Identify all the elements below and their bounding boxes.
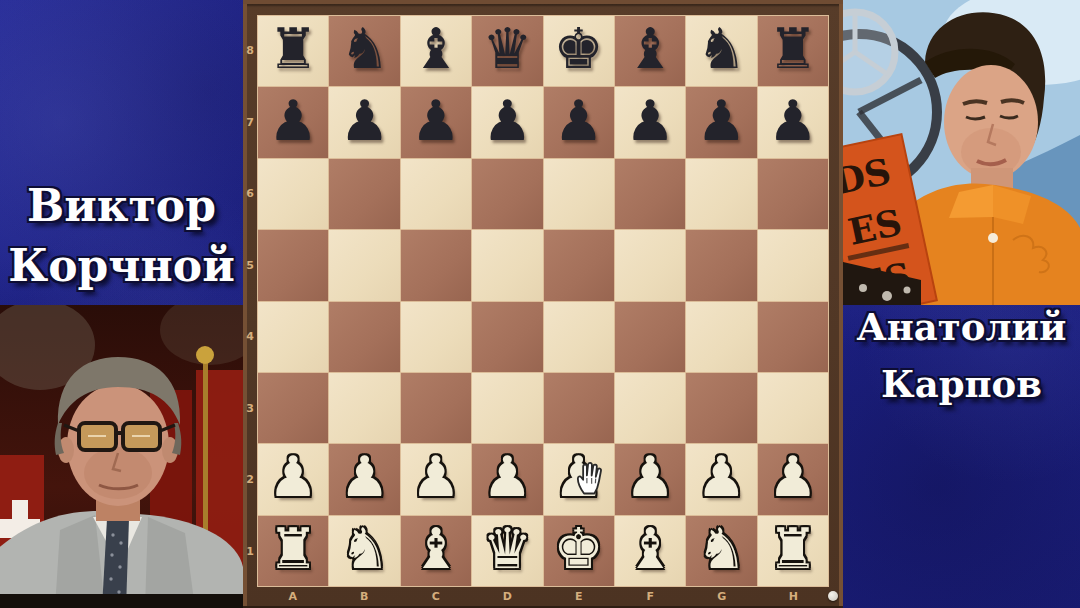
square-h6[interactable] [758, 159, 828, 229]
square-f3[interactable] [615, 373, 685, 443]
white-queen[interactable]: ♛ [482, 521, 532, 577]
chess-board[interactable]: 87654321 ♜♞♝♛♚♝♞♜♟♟♟♟♟♟♟♟♟♟♟♟♟♟♟♟♜♞♝♛♚♝♞… [243, 0, 843, 608]
square-d6[interactable] [472, 159, 542, 229]
square-b2[interactable]: ♟ [329, 444, 399, 514]
left-player-panel: Виктор Корчной [0, 0, 243, 608]
white-pawn[interactable]: ♟ [482, 449, 532, 505]
square-a1[interactable]: ♜ [258, 516, 328, 586]
black-pawn[interactable]: ♟ [339, 93, 389, 149]
square-h4[interactable] [758, 302, 828, 372]
right-player-first-name: Анатолий [843, 299, 1080, 356]
square-c8[interactable]: ♝ [401, 16, 471, 86]
board-squares: ♜♞♝♛♚♝♞♜♟♟♟♟♟♟♟♟♟♟♟♟♟♟♟♟♜♞♝♛♚♝♞♜ [257, 15, 829, 587]
white-pawn[interactable]: ♟ [339, 449, 389, 505]
square-f4[interactable] [615, 302, 685, 372]
black-pawn[interactable]: ♟ [696, 93, 746, 149]
file-label-h: H [758, 587, 830, 607]
square-a5[interactable] [258, 230, 328, 300]
white-pawn[interactable]: ♟ [411, 449, 461, 505]
black-pawn[interactable]: ♟ [768, 93, 818, 149]
square-h7[interactable]: ♟ [758, 87, 828, 157]
black-bishop[interactable]: ♝ [411, 21, 461, 77]
left-player-name: Виктор Корчной [0, 176, 243, 296]
rank-label-3: 3 [243, 373, 257, 445]
file-label-f: F [615, 587, 687, 607]
square-f7[interactable]: ♟ [615, 87, 685, 157]
right-player-last-name: Карпов [843, 356, 1080, 413]
black-knight[interactable]: ♞ [696, 21, 746, 77]
white-rook[interactable]: ♜ [268, 521, 318, 577]
file-label-g: G [686, 587, 758, 607]
square-d8[interactable]: ♛ [472, 16, 542, 86]
file-labels: ABCDEFGH [257, 587, 829, 607]
file-label-e: E [543, 587, 615, 607]
square-d2[interactable]: ♟ [472, 444, 542, 514]
black-bishop[interactable]: ♝ [625, 21, 675, 77]
hand-cursor-icon [575, 459, 606, 497]
square-g1[interactable]: ♞ [686, 516, 756, 586]
square-f6[interactable] [615, 159, 685, 229]
square-f1[interactable]: ♝ [615, 516, 685, 586]
file-label-b: B [329, 587, 401, 607]
square-a4[interactable] [258, 302, 328, 372]
black-pawn[interactable]: ♟ [268, 93, 318, 149]
right-player-name: Анатолий Карпов [843, 299, 1080, 413]
square-c5[interactable] [401, 230, 471, 300]
square-h3[interactable] [758, 373, 828, 443]
square-f2[interactable]: ♟ [615, 444, 685, 514]
square-a3[interactable] [258, 373, 328, 443]
white-king[interactable]: ♚ [554, 521, 604, 577]
file-label-c: C [400, 587, 472, 607]
square-g4[interactable] [686, 302, 756, 372]
square-c4[interactable] [401, 302, 471, 372]
rank-label-1: 1 [243, 516, 257, 588]
square-h8[interactable]: ♜ [758, 16, 828, 86]
square-h2[interactable]: ♟ [758, 444, 828, 514]
korchnoi-photo [0, 305, 243, 608]
square-h1[interactable]: ♜ [758, 516, 828, 586]
square-e8[interactable]: ♚ [544, 16, 614, 86]
white-knight[interactable]: ♞ [696, 521, 746, 577]
square-c6[interactable] [401, 159, 471, 229]
square-g3[interactable] [686, 373, 756, 443]
black-rook[interactable]: ♜ [768, 21, 818, 77]
black-queen[interactable]: ♛ [482, 21, 532, 77]
square-c2[interactable]: ♟ [401, 444, 471, 514]
square-g2[interactable]: ♟ [686, 444, 756, 514]
white-pawn[interactable]: ♟ [696, 449, 746, 505]
black-pawn[interactable]: ♟ [554, 93, 604, 149]
square-c1[interactable]: ♝ [401, 516, 471, 586]
black-rook[interactable]: ♜ [268, 21, 318, 77]
square-d3[interactable] [472, 373, 542, 443]
square-e6[interactable] [544, 159, 614, 229]
square-a8[interactable]: ♜ [258, 16, 328, 86]
square-c3[interactable] [401, 373, 471, 443]
square-b4[interactable] [329, 302, 399, 372]
rank-label-2: 2 [243, 444, 257, 516]
white-pawn[interactable]: ♟ [625, 449, 675, 505]
file-label-a: A [257, 587, 329, 607]
white-pawn[interactable]: ♟ [768, 449, 818, 505]
rank-labels: 87654321 [243, 15, 257, 587]
square-b5[interactable] [329, 230, 399, 300]
white-rook[interactable]: ♜ [768, 521, 818, 577]
square-b7[interactable]: ♟ [329, 87, 399, 157]
left-player-last-name: Корчной [0, 236, 243, 296]
square-f8[interactable]: ♝ [615, 16, 685, 86]
karpov-photo: DS ES ES [843, 0, 1080, 305]
black-pawn[interactable]: ♟ [625, 93, 675, 149]
white-pawn[interactable]: ♟ [268, 449, 318, 505]
square-d4[interactable] [472, 302, 542, 372]
rank-label-6: 6 [243, 158, 257, 230]
square-h5[interactable] [758, 230, 828, 300]
square-g6[interactable] [686, 159, 756, 229]
square-b3[interactable] [329, 373, 399, 443]
square-e1[interactable]: ♚ [544, 516, 614, 586]
white-bishop[interactable]: ♝ [625, 521, 675, 577]
square-a2[interactable]: ♟ [258, 444, 328, 514]
rank-label-7: 7 [243, 87, 257, 159]
square-d7[interactable]: ♟ [472, 87, 542, 157]
square-b1[interactable]: ♞ [329, 516, 399, 586]
square-f5[interactable] [615, 230, 685, 300]
square-b8[interactable]: ♞ [329, 16, 399, 86]
square-d5[interactable] [472, 230, 542, 300]
square-a6[interactable] [258, 159, 328, 229]
black-pawn[interactable]: ♟ [411, 93, 461, 149]
square-g5[interactable] [686, 230, 756, 300]
black-pawn[interactable]: ♟ [482, 93, 532, 149]
square-g7[interactable]: ♟ [686, 87, 756, 157]
black-knight[interactable]: ♞ [339, 21, 389, 77]
square-a7[interactable]: ♟ [258, 87, 328, 157]
move-indicator-dot [828, 591, 838, 601]
square-c7[interactable]: ♟ [401, 87, 471, 157]
white-knight[interactable]: ♞ [339, 521, 389, 577]
square-d1[interactable]: ♛ [472, 516, 542, 586]
square-b6[interactable] [329, 159, 399, 229]
scene: Виктор Корчной [0, 0, 1080, 608]
square-e5[interactable] [544, 230, 614, 300]
black-king[interactable]: ♚ [554, 21, 604, 77]
white-bishop[interactable]: ♝ [411, 521, 461, 577]
square-e7[interactable]: ♟ [544, 87, 614, 157]
rank-label-5: 5 [243, 230, 257, 302]
rank-label-4: 4 [243, 301, 257, 373]
square-e4[interactable] [544, 302, 614, 372]
right-player-panel: DS ES ES Анатолий Карпов [843, 0, 1080, 608]
square-g8[interactable]: ♞ [686, 16, 756, 86]
square-e3[interactable] [544, 373, 614, 443]
rank-label-8: 8 [243, 15, 257, 87]
file-label-d: D [472, 587, 544, 607]
left-player-first-name: Виктор [0, 176, 243, 236]
